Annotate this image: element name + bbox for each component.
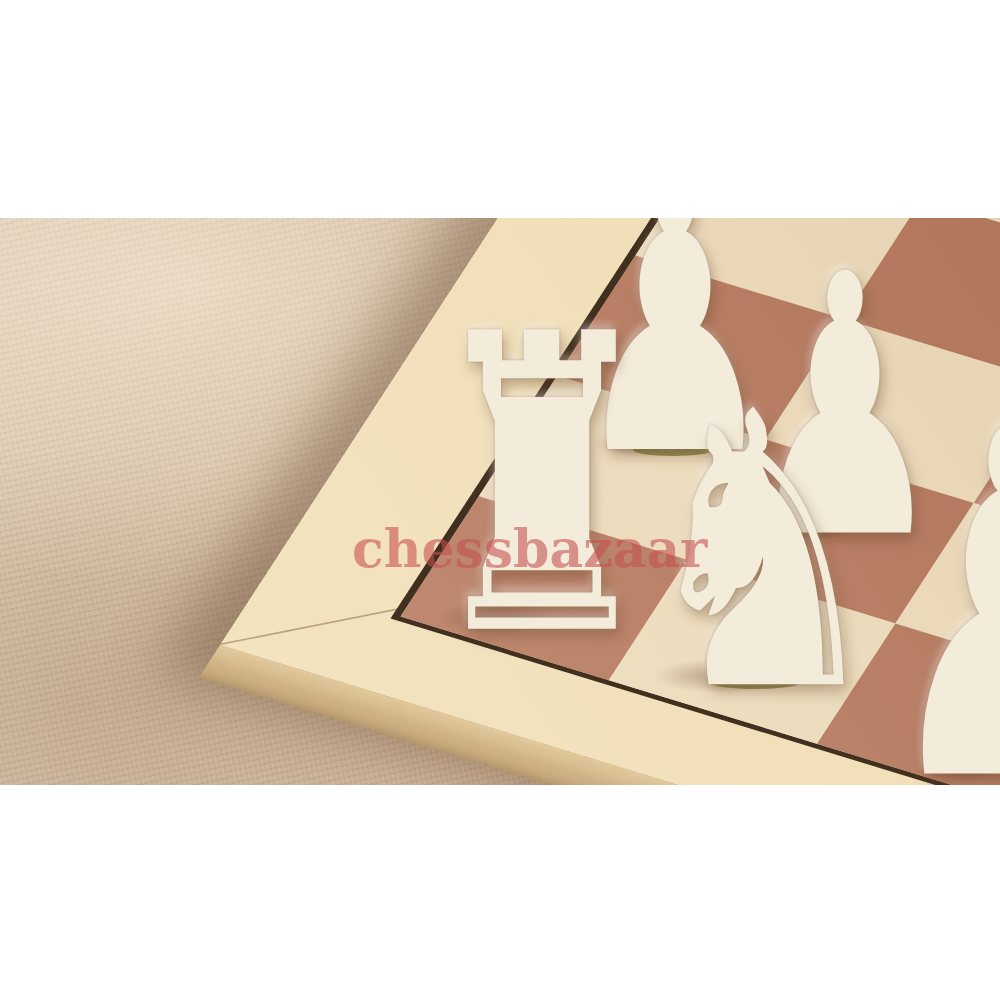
- vendor-watermark: chessbazaar: [352, 518, 707, 579]
- letterbox-top: [0, 0, 1000, 218]
- white-piece-partial: ♟: [879, 367, 1000, 785]
- photo-area: ♟♟♜♞♟chessbazaar: [0, 218, 1000, 785]
- letterbox-bottom: [0, 785, 1000, 1000]
- white-rook: ♜: [424, 281, 659, 691]
- product-image: ♟♟♜♞♟chessbazaar: [0, 0, 1000, 1000]
- frame-miter-seam: [220, 608, 399, 645]
